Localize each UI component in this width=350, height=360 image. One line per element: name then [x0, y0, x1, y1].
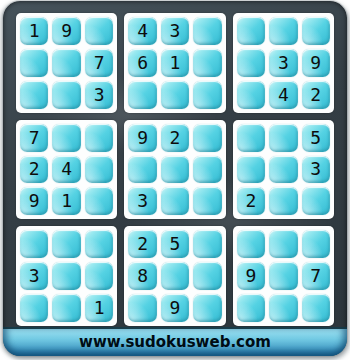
- sudoku-cell-r5c9[interactable]: 3: [302, 156, 330, 184]
- sudoku-cell-r5c7[interactable]: [237, 156, 265, 184]
- sudoku-cell-r1c1[interactable]: 1: [20, 17, 48, 45]
- sudoku-cell-r3c8[interactable]: 4: [269, 81, 297, 109]
- sudoku-cell-r6c8[interactable]: [269, 187, 297, 215]
- sudoku-cell-r8c1[interactable]: 3: [20, 262, 48, 290]
- sudoku-cell-r6c6[interactable]: [193, 187, 221, 215]
- sudoku-cell-r8c3[interactable]: [85, 262, 113, 290]
- sudoku-grid: 1973436139427249192353231258997: [16, 13, 334, 326]
- sudoku-cell-r4c6[interactable]: [193, 124, 221, 152]
- sudoku-cell-r9c5[interactable]: 9: [161, 294, 189, 322]
- sudoku-cell-r3c3[interactable]: 3: [85, 81, 113, 109]
- sudoku-cell-r5c8[interactable]: [269, 156, 297, 184]
- sudoku-box-7: 31: [16, 226, 117, 326]
- sudoku-cell-r2c7[interactable]: [237, 49, 265, 77]
- sudoku-cell-r2c4[interactable]: 6: [128, 49, 156, 77]
- sudoku-box-9: 97: [233, 226, 334, 326]
- sudoku-cell-r1c7[interactable]: [237, 17, 265, 45]
- sudoku-box-3: 3942: [233, 13, 334, 113]
- sudoku-cell-r2c2[interactable]: [52, 49, 80, 77]
- sudoku-cell-r1c5[interactable]: 3: [161, 17, 189, 45]
- sudoku-cell-r8c9[interactable]: 7: [302, 262, 330, 290]
- sudoku-box-8: 2589: [124, 226, 225, 326]
- sudoku-cell-r4c9[interactable]: 5: [302, 124, 330, 152]
- sudoku-box-5: 923: [124, 120, 225, 220]
- sudoku-box-4: 72491: [16, 120, 117, 220]
- sudoku-cell-r4c7[interactable]: [237, 124, 265, 152]
- sudoku-cell-r5c3[interactable]: [85, 156, 113, 184]
- sudoku-cell-r3c6[interactable]: [193, 81, 221, 109]
- sudoku-cell-r9c6[interactable]: [193, 294, 221, 322]
- sudoku-cell-r6c7[interactable]: 2: [237, 187, 265, 215]
- sudoku-cell-r3c7[interactable]: [237, 81, 265, 109]
- sudoku-cell-r7c7[interactable]: [237, 230, 265, 258]
- sudoku-cell-r7c5[interactable]: 5: [161, 230, 189, 258]
- sudoku-cell-r6c9[interactable]: [302, 187, 330, 215]
- sudoku-cell-r1c4[interactable]: 4: [128, 17, 156, 45]
- sudoku-cell-r7c2[interactable]: [52, 230, 80, 258]
- sudoku-cell-r4c3[interactable]: [85, 124, 113, 152]
- sudoku-cell-r5c1[interactable]: 2: [20, 156, 48, 184]
- sudoku-cell-r7c3[interactable]: [85, 230, 113, 258]
- sudoku-cell-r2c9[interactable]: 9: [302, 49, 330, 77]
- sudoku-box-2: 4361: [124, 13, 225, 113]
- sudoku-cell-r3c5[interactable]: [161, 81, 189, 109]
- sudoku-cell-r9c8[interactable]: [269, 294, 297, 322]
- sudoku-cell-r9c4[interactable]: [128, 294, 156, 322]
- sudoku-cell-r9c9[interactable]: [302, 294, 330, 322]
- sudoku-cell-r1c6[interactable]: [193, 17, 221, 45]
- sudoku-cell-r8c2[interactable]: [52, 262, 80, 290]
- sudoku-cell-r8c6[interactable]: [193, 262, 221, 290]
- sudoku-cell-r5c4[interactable]: [128, 156, 156, 184]
- sudoku-cell-r5c6[interactable]: [193, 156, 221, 184]
- sudoku-cell-r4c5[interactable]: 2: [161, 124, 189, 152]
- sudoku-cell-r1c3[interactable]: [85, 17, 113, 45]
- sudoku-cell-r3c9[interactable]: 2: [302, 81, 330, 109]
- sudoku-cell-r5c2[interactable]: 4: [52, 156, 80, 184]
- sudoku-cell-r8c4[interactable]: 8: [128, 262, 156, 290]
- website-url: www.sudokusweb.com: [79, 333, 271, 351]
- sudoku-cell-r7c1[interactable]: [20, 230, 48, 258]
- sudoku-cell-r8c5[interactable]: [161, 262, 189, 290]
- sudoku-cell-r9c2[interactable]: [52, 294, 80, 322]
- sudoku-cell-r8c8[interactable]: [269, 262, 297, 290]
- sudoku-cell-r9c3[interactable]: 1: [85, 294, 113, 322]
- sudoku-cell-r7c4[interactable]: 2: [128, 230, 156, 258]
- sudoku-cell-r4c4[interactable]: 9: [128, 124, 156, 152]
- sudoku-box-1: 1973: [16, 13, 117, 113]
- sudoku-cell-r8c7[interactable]: 9: [237, 262, 265, 290]
- sudoku-cell-r2c3[interactable]: 7: [85, 49, 113, 77]
- sudoku-cell-r7c6[interactable]: [193, 230, 221, 258]
- footer-bar: www.sudokusweb.com: [3, 327, 347, 356]
- sudoku-cell-r6c4[interactable]: 3: [128, 187, 156, 215]
- sudoku-cell-r6c3[interactable]: [85, 187, 113, 215]
- sudoku-cell-r4c1[interactable]: 7: [20, 124, 48, 152]
- sudoku-cell-r6c1[interactable]: 9: [20, 187, 48, 215]
- sudoku-cell-r4c8[interactable]: [269, 124, 297, 152]
- sudoku-cell-r6c5[interactable]: [161, 187, 189, 215]
- sudoku-box-6: 532: [233, 120, 334, 220]
- sudoku-cell-r2c1[interactable]: [20, 49, 48, 77]
- sudoku-cell-r7c8[interactable]: [269, 230, 297, 258]
- sudoku-cell-r2c6[interactable]: [193, 49, 221, 77]
- sudoku-cell-r2c8[interactable]: 3: [269, 49, 297, 77]
- sudoku-cell-r3c2[interactable]: [52, 81, 80, 109]
- sudoku-cell-r9c7[interactable]: [237, 294, 265, 322]
- sudoku-cell-r3c1[interactable]: [20, 81, 48, 109]
- sudoku-cell-r6c2[interactable]: 1: [52, 187, 80, 215]
- sudoku-cell-r1c8[interactable]: [269, 17, 297, 45]
- sudoku-cell-r7c9[interactable]: [302, 230, 330, 258]
- sudoku-cell-r9c1[interactable]: [20, 294, 48, 322]
- sudoku-board: 1973436139427249192353231258997 www.sudo…: [3, 1, 347, 356]
- sudoku-cell-r4c2[interactable]: [52, 124, 80, 152]
- sudoku-cell-r3c4[interactable]: [128, 81, 156, 109]
- sudoku-cell-r1c9[interactable]: [302, 17, 330, 45]
- sudoku-cell-r5c5[interactable]: [161, 156, 189, 184]
- sudoku-cell-r1c2[interactable]: 9: [52, 17, 80, 45]
- sudoku-cell-r2c5[interactable]: 1: [161, 49, 189, 77]
